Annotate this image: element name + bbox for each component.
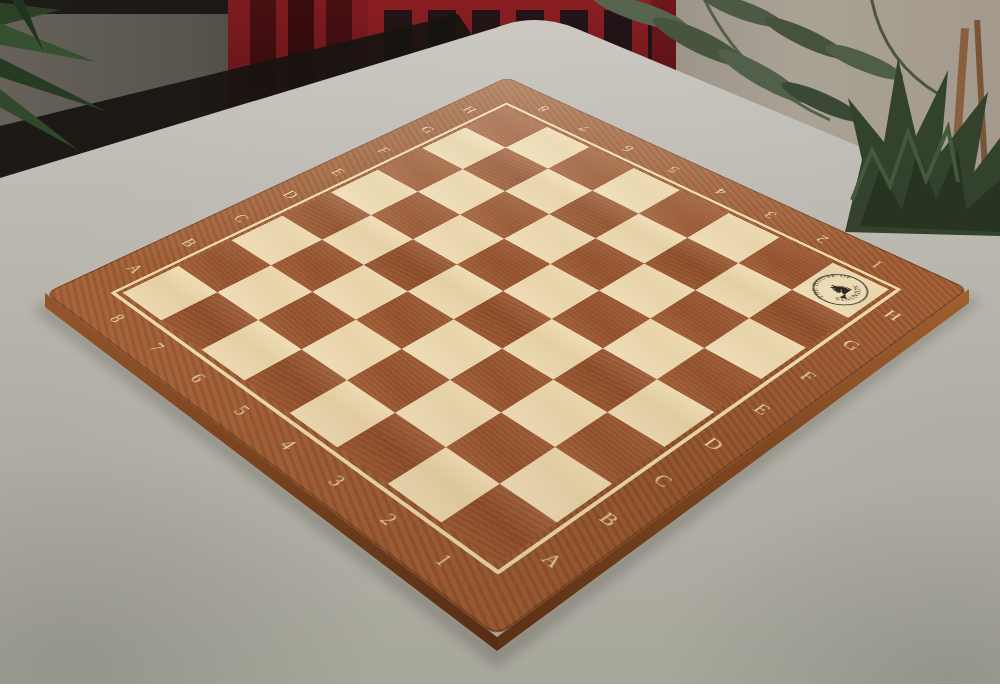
scene: AA88BB77CC66DD55EE44FF33GG22HH11 THE HOU… <box>0 0 1000 700</box>
image-bottom-margin <box>0 684 1000 700</box>
